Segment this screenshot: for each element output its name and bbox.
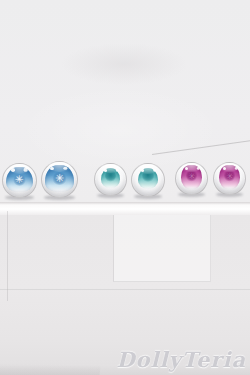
doll-eye-magenta-5: ✳ xyxy=(175,162,208,195)
eyes-row: ✳✳✳✳ xyxy=(0,0,250,375)
doll-eye-blue-2: ✳ xyxy=(41,161,78,198)
glass-glare xyxy=(218,163,240,172)
pupil xyxy=(52,172,67,185)
glass-glare xyxy=(99,164,121,173)
glass-glare xyxy=(136,164,159,174)
doll-eye-teal-3 xyxy=(94,163,127,196)
pupil xyxy=(13,174,27,186)
glass-glare xyxy=(8,164,32,174)
doll-eye-blue-1: ✳ xyxy=(2,163,37,198)
doll-eye-teal-4 xyxy=(131,163,165,197)
watermark: DollyTeria xyxy=(116,347,246,372)
doll-eye-magenta-6: ✳ xyxy=(213,162,246,195)
glass-glare xyxy=(180,163,202,172)
doll-eyes-product-photo: ✳✳✳✳ DollyTeria xyxy=(0,0,250,375)
